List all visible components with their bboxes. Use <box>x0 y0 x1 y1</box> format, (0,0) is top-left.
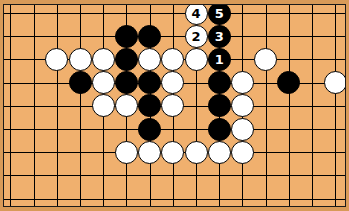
stone-white <box>231 118 254 141</box>
stone-white <box>231 71 254 94</box>
go-board-diagram: 45231 <box>0 0 349 211</box>
stone-white <box>92 48 115 71</box>
stone-white-move-2: 2 <box>185 25 208 48</box>
stone-black <box>115 48 138 71</box>
stone-black <box>138 71 161 94</box>
stone-white <box>185 48 208 71</box>
stone-white <box>115 94 138 117</box>
stone-white <box>92 94 115 117</box>
stone-black <box>115 71 138 94</box>
stone-white <box>161 141 184 164</box>
grid-line-horizontal <box>4 13 345 14</box>
stone-white <box>161 94 184 117</box>
stone-black-move-5: 5 <box>208 4 231 25</box>
stone-black <box>208 71 231 94</box>
stone-black <box>208 118 231 141</box>
move-number-label: 1 <box>215 53 224 66</box>
stone-white-move-4: 4 <box>185 4 208 25</box>
stone-white <box>231 94 254 117</box>
stone-white <box>185 141 208 164</box>
stone-black-move-3: 3 <box>208 25 231 48</box>
grid-line-horizontal <box>4 36 345 37</box>
move-number-label: 5 <box>215 7 224 20</box>
stone-white <box>161 71 184 94</box>
stone-black <box>69 71 92 94</box>
grid-line-horizontal <box>4 199 345 200</box>
stone-black <box>208 94 231 117</box>
stone-black <box>138 94 161 117</box>
stone-black-move-1: 1 <box>208 48 231 71</box>
stone-black <box>115 25 138 48</box>
stone-black <box>138 25 161 48</box>
move-number-label: 4 <box>191 7 200 20</box>
stone-white <box>231 141 254 164</box>
move-number-label: 3 <box>215 30 224 43</box>
grid-line-horizontal <box>4 175 345 176</box>
stone-black <box>138 118 161 141</box>
go-board: 45231 <box>3 4 346 207</box>
stone-white <box>92 71 115 94</box>
stone-white <box>138 48 161 71</box>
stone-white <box>138 141 161 164</box>
stone-black <box>277 71 300 94</box>
stone-white <box>69 48 92 71</box>
stone-white <box>324 71 346 94</box>
grid-line-horizontal <box>4 129 345 130</box>
stone-white <box>45 48 68 71</box>
stone-white <box>254 48 277 71</box>
stone-white <box>161 48 184 71</box>
stone-white <box>115 141 138 164</box>
move-number-label: 2 <box>191 30 200 43</box>
stone-white <box>208 141 231 164</box>
